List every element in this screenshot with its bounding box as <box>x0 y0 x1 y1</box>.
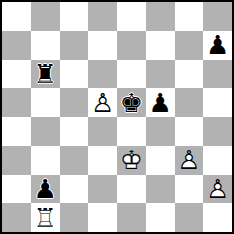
square-h1[interactable] <box>203 203 232 232</box>
square-d4[interactable] <box>88 117 117 146</box>
square-d7[interactable] <box>88 31 117 60</box>
square-g1[interactable] <box>175 203 204 232</box>
square-c2[interactable] <box>60 175 89 204</box>
square-a6[interactable] <box>2 60 31 89</box>
square-a4[interactable] <box>2 117 31 146</box>
square-d8[interactable] <box>88 2 117 31</box>
square-f7[interactable] <box>146 31 175 60</box>
square-f1[interactable] <box>146 203 175 232</box>
square-d1[interactable] <box>88 203 117 232</box>
black-king[interactable]: ♚ <box>117 88 146 117</box>
square-d2[interactable] <box>88 175 117 204</box>
square-a5[interactable] <box>2 88 31 117</box>
square-b3[interactable] <box>31 146 60 175</box>
white-king[interactable]: ♔ <box>117 146 146 175</box>
square-e6[interactable] <box>117 60 146 89</box>
black-pawn[interactable]: ♟ <box>146 88 175 117</box>
square-f2[interactable] <box>146 175 175 204</box>
square-c7[interactable] <box>60 31 89 60</box>
square-f8[interactable] <box>146 2 175 31</box>
square-b4[interactable] <box>31 117 60 146</box>
black-pawn[interactable]: ♟ <box>31 175 60 204</box>
square-b1[interactable]: ♜♖ <box>31 203 60 232</box>
white-pawn-fill: ♟ <box>175 146 204 175</box>
square-f6[interactable] <box>146 60 175 89</box>
white-pawn[interactable]: ♙ <box>175 146 204 175</box>
square-h8[interactable] <box>203 2 232 31</box>
square-e1[interactable] <box>117 203 146 232</box>
square-b2[interactable]: ♟ <box>31 175 60 204</box>
white-king-fill: ♚ <box>117 146 146 175</box>
square-d3[interactable] <box>88 146 117 175</box>
square-c4[interactable] <box>60 117 89 146</box>
square-d6[interactable] <box>88 60 117 89</box>
square-b8[interactable] <box>31 2 60 31</box>
square-g5[interactable] <box>175 88 204 117</box>
square-c6[interactable] <box>60 60 89 89</box>
square-f4[interactable] <box>146 117 175 146</box>
square-c8[interactable] <box>60 2 89 31</box>
square-g3[interactable]: ♟♙ <box>175 146 204 175</box>
white-rook[interactable]: ♖ <box>31 203 60 232</box>
black-pawn[interactable]: ♟ <box>203 31 232 60</box>
square-a3[interactable] <box>2 146 31 175</box>
square-g7[interactable] <box>175 31 204 60</box>
square-e5[interactable]: ♚ <box>117 88 146 117</box>
square-g6[interactable] <box>175 60 204 89</box>
square-h6[interactable] <box>203 60 232 89</box>
white-rook-fill: ♜ <box>31 203 60 232</box>
square-g2[interactable] <box>175 175 204 204</box>
square-h5[interactable] <box>203 88 232 117</box>
square-g4[interactable] <box>175 117 204 146</box>
square-h7[interactable]: ♟ <box>203 31 232 60</box>
chess-board: ♟♜♟♙♚♟♚♔♟♙♟♟♙♜♖ <box>0 0 234 234</box>
square-a2[interactable] <box>2 175 31 204</box>
white-pawn-fill: ♟ <box>88 88 117 117</box>
square-g8[interactable] <box>175 2 204 31</box>
square-e2[interactable] <box>117 175 146 204</box>
square-a8[interactable] <box>2 2 31 31</box>
square-b5[interactable] <box>31 88 60 117</box>
square-h2[interactable]: ♟♙ <box>203 175 232 204</box>
square-c1[interactable] <box>60 203 89 232</box>
square-a1[interactable] <box>2 203 31 232</box>
white-pawn[interactable]: ♙ <box>88 88 117 117</box>
black-rook[interactable]: ♜ <box>31 60 60 89</box>
square-a7[interactable] <box>2 31 31 60</box>
square-f5[interactable]: ♟ <box>146 88 175 117</box>
square-e4[interactable] <box>117 117 146 146</box>
square-d5[interactable]: ♟♙ <box>88 88 117 117</box>
square-c3[interactable] <box>60 146 89 175</box>
square-e8[interactable] <box>117 2 146 31</box>
square-e7[interactable] <box>117 31 146 60</box>
square-f3[interactable] <box>146 146 175 175</box>
square-b6[interactable]: ♜ <box>31 60 60 89</box>
square-c5[interactable] <box>60 88 89 117</box>
square-h4[interactable] <box>203 117 232 146</box>
square-h3[interactable] <box>203 146 232 175</box>
white-pawn[interactable]: ♙ <box>203 175 232 204</box>
square-e3[interactable]: ♚♔ <box>117 146 146 175</box>
square-b7[interactable] <box>31 31 60 60</box>
white-pawn-fill: ♟ <box>203 175 232 204</box>
